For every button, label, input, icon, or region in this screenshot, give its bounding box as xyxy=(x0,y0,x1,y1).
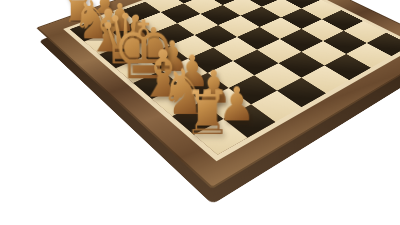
walnut-frame: ♟♟♟♟♟♟♟♟♜♞♝♛♚♝♞♜ xyxy=(36,0,400,189)
chess-board: ♟♟♟♟♟♟♟♟♜♞♝♛♚♝♞♜ xyxy=(63,0,400,161)
board-scene: ♟♟♟♟♟♟♟♟♜♞♝♛♚♝♞♜ xyxy=(36,0,400,189)
white-rook: ♜ xyxy=(183,83,231,144)
square-h8 xyxy=(367,33,400,56)
chessboard-photo: ♟♟♟♟♟♟♟♟♜♞♝♛♚♝♞♜ xyxy=(0,0,400,225)
